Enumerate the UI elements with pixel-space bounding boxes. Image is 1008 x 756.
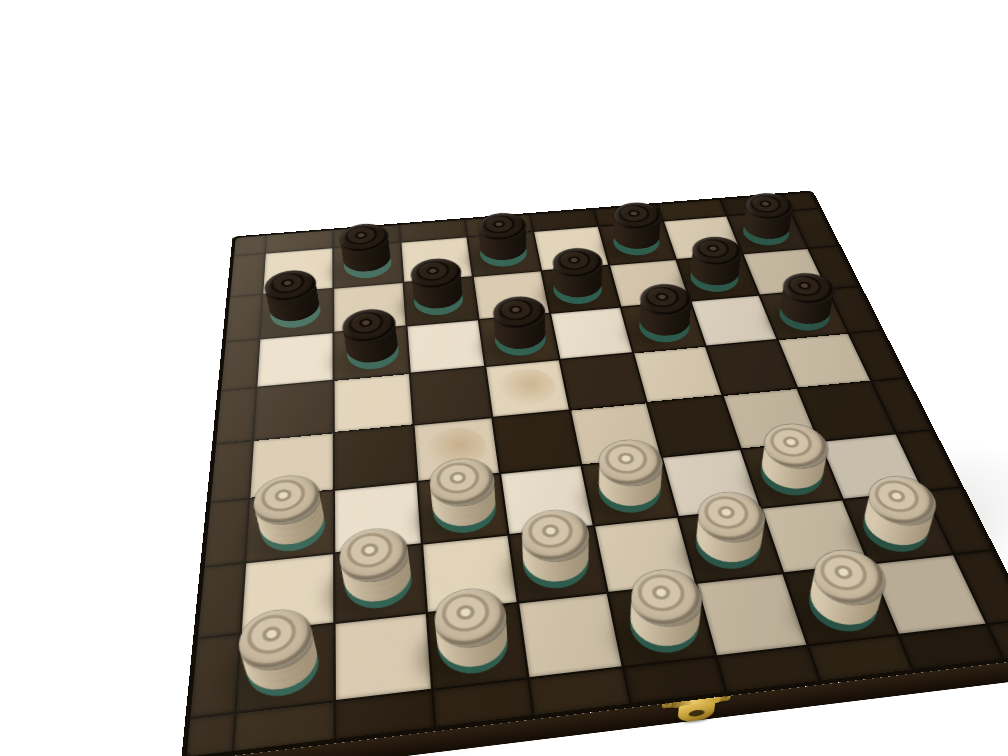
light-checker-b7[interactable] bbox=[344, 553, 413, 612]
dark-checker-a2[interactable] bbox=[269, 295, 320, 330]
frame-cell bbox=[191, 635, 240, 717]
square-d1[interactable] bbox=[468, 232, 540, 276]
square-d5[interactable] bbox=[493, 411, 580, 473]
square-d4[interactable] bbox=[486, 360, 569, 416]
frame-cell bbox=[198, 564, 244, 638]
clasp-slot-hole bbox=[689, 709, 705, 717]
dark-checker-h1[interactable] bbox=[738, 217, 794, 247]
frame-cell bbox=[230, 254, 264, 297]
square-c8[interactable] bbox=[428, 604, 527, 689]
light-checker-g8[interactable] bbox=[801, 574, 887, 635]
square-d7[interactable] bbox=[510, 527, 607, 602]
square-c3[interactable] bbox=[407, 320, 484, 372]
frame-cell bbox=[216, 388, 255, 443]
square-c2[interactable] bbox=[404, 277, 477, 325]
square-d8[interactable] bbox=[519, 594, 621, 677]
square-f4[interactable] bbox=[634, 347, 721, 402]
square-e6[interactable] bbox=[583, 458, 677, 525]
light-checker-h7[interactable] bbox=[855, 501, 937, 555]
frame-cell bbox=[234, 236, 265, 255]
dark-checker-d3[interactable] bbox=[493, 321, 549, 358]
square-e2[interactable] bbox=[542, 266, 619, 313]
square-h7[interactable] bbox=[844, 492, 952, 563]
light-checker-c8[interactable] bbox=[436, 613, 511, 677]
square-a8[interactable] bbox=[237, 624, 334, 711]
dark-checker-h3[interactable] bbox=[774, 298, 836, 333]
square-b5[interactable] bbox=[335, 426, 417, 489]
dark-checker-d1[interactable] bbox=[478, 237, 529, 268]
frame-cell bbox=[624, 657, 724, 703]
square-b1[interactable] bbox=[334, 243, 402, 288]
frame-cell bbox=[809, 636, 911, 680]
square-c6[interactable] bbox=[419, 474, 508, 543]
square-a2[interactable] bbox=[260, 289, 332, 338]
light-checker-e6[interactable] bbox=[594, 465, 666, 516]
frame-cell bbox=[211, 441, 252, 501]
square-f1[interactable] bbox=[599, 222, 675, 265]
square-b3[interactable] bbox=[334, 327, 408, 380]
light-checker-d7[interactable] bbox=[520, 534, 594, 591]
square-b4[interactable] bbox=[335, 374, 413, 432]
dark-checker-c2[interactable] bbox=[413, 283, 465, 317]
clasp-screw-icon bbox=[665, 702, 670, 705]
dark-checker-g2[interactable] bbox=[686, 261, 743, 294]
square-f5[interactable] bbox=[648, 396, 740, 456]
square-b7[interactable] bbox=[335, 545, 425, 622]
light-checker-c6[interactable] bbox=[431, 483, 499, 536]
light-checker-e8[interactable] bbox=[625, 594, 706, 657]
square-g6[interactable] bbox=[742, 442, 841, 507]
frame-cell bbox=[187, 714, 234, 756]
frame-cell bbox=[718, 647, 819, 692]
square-c4[interactable] bbox=[411, 367, 491, 424]
dark-checker-e2[interactable] bbox=[551, 272, 606, 305]
square-a3[interactable] bbox=[257, 333, 332, 387]
clasp-screw-icon bbox=[723, 694, 728, 697]
square-a6[interactable] bbox=[246, 491, 333, 562]
frame-cell bbox=[900, 625, 1002, 669]
light-checker-a6[interactable] bbox=[259, 500, 325, 554]
light-checker-g6[interactable] bbox=[754, 449, 830, 499]
square-e3[interactable] bbox=[551, 308, 632, 359]
frame-cell bbox=[205, 499, 248, 566]
dark-checker-b3[interactable] bbox=[347, 334, 400, 372]
square-b8[interactable] bbox=[336, 614, 431, 700]
photo-background bbox=[0, 0, 1008, 756]
dark-checker-b1[interactable] bbox=[344, 248, 393, 280]
square-a4[interactable] bbox=[254, 381, 333, 440]
frame-cell bbox=[226, 295, 261, 341]
board bbox=[181, 191, 1008, 756]
clasp-plate bbox=[677, 702, 715, 723]
light-checker-f7[interactable] bbox=[690, 517, 768, 573]
square-d3[interactable] bbox=[480, 314, 559, 366]
frame-cell bbox=[434, 679, 533, 726]
dark-checker-f3[interactable] bbox=[635, 309, 694, 345]
square-e8[interactable] bbox=[609, 584, 715, 666]
dark-checker-f1[interactable] bbox=[610, 227, 664, 257]
light-checker-a8[interactable] bbox=[245, 634, 319, 700]
square-f3[interactable] bbox=[622, 302, 705, 352]
frame-cell bbox=[221, 340, 258, 390]
square-e4[interactable] bbox=[561, 354, 646, 410]
